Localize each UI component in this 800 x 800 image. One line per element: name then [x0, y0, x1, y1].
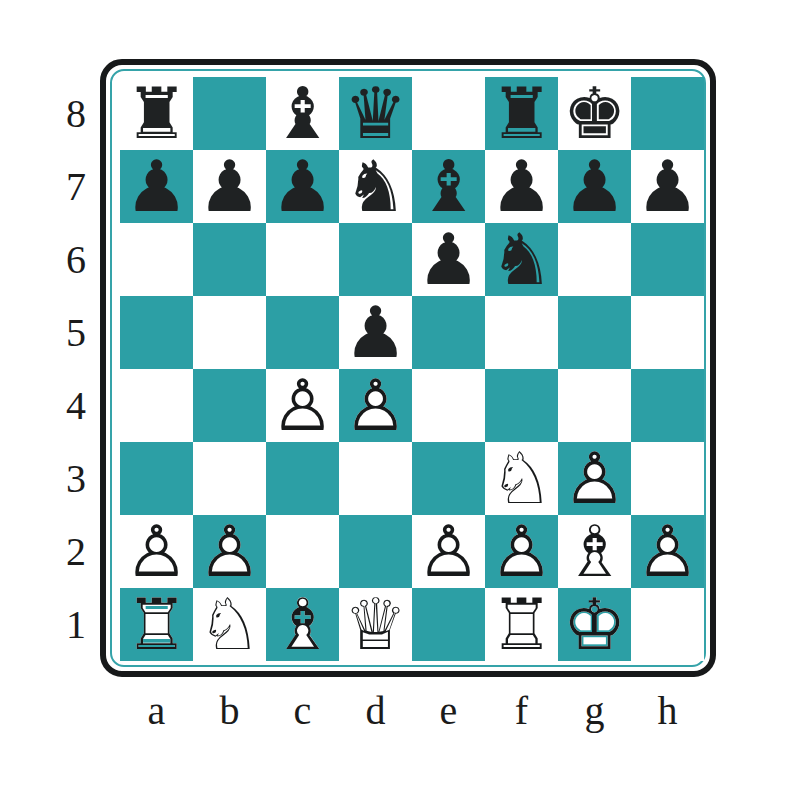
black-pawn-piece: ♟ [120, 150, 193, 223]
white-piece-outline: ♘ [485, 442, 558, 515]
black-knight-piece: ♞ [485, 223, 558, 296]
black-king-piece: ♚ [558, 77, 631, 150]
square-g8[interactable]: ♚ [558, 77, 631, 150]
black-pawn-piece: ♟ [631, 150, 704, 223]
square-d4[interactable]: ♟♙ [339, 369, 412, 442]
square-f1[interactable]: ♜♖ [485, 588, 558, 661]
rank-label-6: 6 [48, 223, 104, 296]
square-a5[interactable] [120, 296, 193, 369]
white-piece-outline: ♗ [266, 588, 339, 661]
square-d3[interactable] [339, 442, 412, 515]
square-a6[interactable] [120, 223, 193, 296]
square-h3[interactable] [631, 442, 704, 515]
square-f4[interactable] [485, 369, 558, 442]
white-piece-outline: ♔ [558, 588, 631, 661]
square-a8[interactable]: ♜ [120, 77, 193, 150]
rank-label-2: 2 [48, 515, 104, 588]
rank-label-8: 8 [48, 77, 104, 150]
square-c6[interactable] [266, 223, 339, 296]
square-f6[interactable]: ♞ [485, 223, 558, 296]
square-c1[interactable]: ♝♗ [266, 588, 339, 661]
file-label-h: h [631, 680, 704, 740]
file-labels: abcdefgh [120, 680, 704, 740]
white-knight-piece: ♞♘ [193, 588, 266, 661]
square-a1[interactable]: ♜♖ [120, 588, 193, 661]
white-pawn-piece: ♟♙ [558, 442, 631, 515]
square-g2[interactable]: ♝♗ [558, 515, 631, 588]
square-h5[interactable] [631, 296, 704, 369]
black-pawn-piece: ♟ [558, 150, 631, 223]
square-f8[interactable]: ♜ [485, 77, 558, 150]
square-c4[interactable]: ♟♙ [266, 369, 339, 442]
file-label-e: e [412, 680, 485, 740]
square-g7[interactable]: ♟ [558, 150, 631, 223]
white-piece-outline: ♙ [558, 442, 631, 515]
white-pawn-piece: ♟♙ [120, 515, 193, 588]
square-b1[interactable]: ♞♘ [193, 588, 266, 661]
black-knight-piece: ♞ [339, 150, 412, 223]
white-piece-outline: ♘ [193, 588, 266, 661]
white-pawn-piece: ♟♙ [631, 515, 704, 588]
square-c5[interactable] [266, 296, 339, 369]
square-e2[interactable]: ♟♙ [412, 515, 485, 588]
square-h6[interactable] [631, 223, 704, 296]
square-d5[interactable]: ♟ [339, 296, 412, 369]
file-label-a: a [120, 680, 193, 740]
square-d7[interactable]: ♞ [339, 150, 412, 223]
black-bishop-piece: ♝ [412, 150, 485, 223]
black-pawn-piece: ♟ [412, 223, 485, 296]
white-piece-outline: ♙ [631, 515, 704, 588]
white-piece-outline: ♙ [485, 515, 558, 588]
file-label-g: g [558, 680, 631, 740]
white-piece-outline: ♙ [412, 515, 485, 588]
black-pawn-piece: ♟ [266, 150, 339, 223]
rank-label-3: 3 [48, 442, 104, 515]
square-h8[interactable] [631, 77, 704, 150]
square-h2[interactable]: ♟♙ [631, 515, 704, 588]
file-label-d: d [339, 680, 412, 740]
square-g1[interactable]: ♚♔ [558, 588, 631, 661]
white-piece-outline: ♖ [485, 588, 558, 661]
square-e3[interactable] [412, 442, 485, 515]
white-rook-piece: ♜♖ [485, 588, 558, 661]
white-piece-outline: ♙ [266, 369, 339, 442]
white-piece-outline: ♙ [120, 515, 193, 588]
white-pawn-piece: ♟♙ [266, 369, 339, 442]
square-a4[interactable] [120, 369, 193, 442]
rank-label-5: 5 [48, 296, 104, 369]
white-piece-outline: ♙ [339, 369, 412, 442]
white-rook-piece: ♜♖ [120, 588, 193, 661]
rank-label-7: 7 [48, 150, 104, 223]
square-a7[interactable]: ♟ [120, 150, 193, 223]
white-piece-outline: ♕ [339, 588, 412, 661]
white-pawn-piece: ♟♙ [193, 515, 266, 588]
white-piece-outline: ♖ [120, 588, 193, 661]
white-piece-outline: ♗ [558, 515, 631, 588]
square-h7[interactable]: ♟ [631, 150, 704, 223]
rank-label-4: 4 [48, 369, 104, 442]
black-rook-piece: ♜ [485, 77, 558, 150]
square-c2[interactable] [266, 515, 339, 588]
square-f5[interactable] [485, 296, 558, 369]
square-e1[interactable] [412, 588, 485, 661]
black-rook-piece: ♜ [120, 77, 193, 150]
square-d2[interactable] [339, 515, 412, 588]
white-queen-piece: ♛♕ [339, 588, 412, 661]
square-d1[interactable]: ♛♕ [339, 588, 412, 661]
square-h1[interactable] [631, 588, 704, 661]
file-label-b: b [193, 680, 266, 740]
square-b4[interactable] [193, 369, 266, 442]
white-knight-piece: ♞♘ [485, 442, 558, 515]
rank-label-1: 1 [48, 588, 104, 661]
square-e8[interactable] [412, 77, 485, 150]
square-h4[interactable] [631, 369, 704, 442]
square-e5[interactable] [412, 296, 485, 369]
square-f3[interactable]: ♞♘ [485, 442, 558, 515]
black-pawn-piece: ♟ [193, 150, 266, 223]
white-bishop-piece: ♝♗ [266, 588, 339, 661]
square-b5[interactable] [193, 296, 266, 369]
board-grid: ♜♝♛♜♚♟♟♟♞♝♟♟♟♟♞♟♟♙♟♙♞♘♟♙♟♙♟♙♟♙♟♙♝♗♟♙♜♖♞♘… [120, 77, 704, 661]
square-b8[interactable] [193, 77, 266, 150]
square-c3[interactable] [266, 442, 339, 515]
square-g6[interactable] [558, 223, 631, 296]
square-e4[interactable] [412, 369, 485, 442]
white-pawn-piece: ♟♙ [485, 515, 558, 588]
square-a3[interactable] [120, 442, 193, 515]
square-c7[interactable]: ♟ [266, 150, 339, 223]
square-g3[interactable]: ♟♙ [558, 442, 631, 515]
white-bishop-piece: ♝♗ [558, 515, 631, 588]
white-piece-outline: ♙ [193, 515, 266, 588]
square-f7[interactable]: ♟ [485, 150, 558, 223]
square-d8[interactable]: ♛ [339, 77, 412, 150]
square-e6[interactable]: ♟ [412, 223, 485, 296]
square-a2[interactable]: ♟♙ [120, 515, 193, 588]
square-c8[interactable]: ♝ [266, 77, 339, 150]
square-e7[interactable]: ♝ [412, 150, 485, 223]
rank-labels: 87654321 [48, 77, 104, 661]
square-b7[interactable]: ♟ [193, 150, 266, 223]
square-b3[interactable] [193, 442, 266, 515]
file-label-c: c [266, 680, 339, 740]
white-pawn-piece: ♟♙ [412, 515, 485, 588]
black-pawn-piece: ♟ [485, 150, 558, 223]
square-b2[interactable]: ♟♙ [193, 515, 266, 588]
black-bishop-piece: ♝ [266, 77, 339, 150]
black-pawn-piece: ♟ [339, 296, 412, 369]
file-label-f: f [485, 680, 558, 740]
white-pawn-piece: ♟♙ [339, 369, 412, 442]
square-g4[interactable] [558, 369, 631, 442]
white-king-piece: ♚♔ [558, 588, 631, 661]
square-g5[interactable] [558, 296, 631, 369]
square-f2[interactable]: ♟♙ [485, 515, 558, 588]
black-queen-piece: ♛ [339, 77, 412, 150]
square-b6[interactable] [193, 223, 266, 296]
square-d6[interactable] [339, 223, 412, 296]
